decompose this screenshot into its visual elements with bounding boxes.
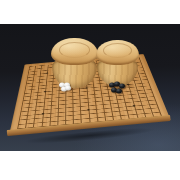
bowl-lid — [96, 40, 139, 65]
go-bowl-left — [51, 38, 98, 88]
black-stone — [116, 88, 122, 93]
go-bowl-right — [96, 40, 139, 86]
bowl-lid — [51, 38, 98, 65]
white-stone — [65, 86, 71, 91]
go-set-photo — [0, 24, 180, 151]
screenshot-canvas — [0, 0, 180, 180]
